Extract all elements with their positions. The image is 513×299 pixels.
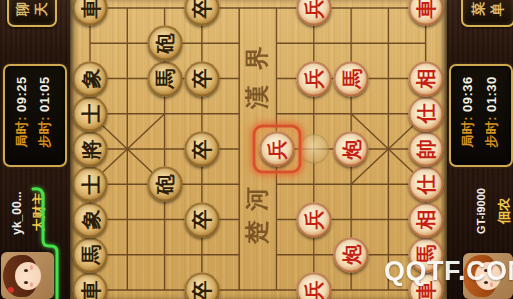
piece-glyph: 卒 bbox=[192, 280, 212, 299]
last-move-from-marker bbox=[299, 134, 329, 164]
button-char: 菜 bbox=[472, 2, 486, 16]
red-piece-兵[interactable]: 兵 bbox=[296, 61, 331, 96]
black-piece-馬[interactable]: 馬 bbox=[147, 61, 182, 96]
right-player-name: GT-i9000 bbox=[475, 188, 487, 234]
red-piece-兵[interactable]: 兵 bbox=[296, 202, 331, 237]
red-piece-仕[interactable]: 仕 bbox=[408, 96, 443, 131]
piece-glyph: 卒 bbox=[192, 0, 212, 18]
left-player-panel: 聊天 局时:09:25 步时:01:05 yk_00... 大财主 bbox=[0, 0, 70, 299]
piece-glyph: 帥 bbox=[416, 139, 436, 159]
piece-glyph: 馬 bbox=[80, 245, 100, 265]
right-game-time: 局时:09:36 bbox=[459, 76, 477, 148]
piece-glyph: 仕 bbox=[416, 174, 436, 194]
piece-glyph: 馬 bbox=[155, 69, 175, 89]
black-piece-象[interactable]: 象 bbox=[73, 61, 108, 96]
black-piece-砲[interactable]: 砲 bbox=[147, 167, 182, 202]
black-piece-士[interactable]: 士 bbox=[73, 96, 108, 131]
piece-glyph: 象 bbox=[80, 69, 100, 89]
black-piece-卒[interactable]: 卒 bbox=[184, 202, 219, 237]
red-piece-帥[interactable]: 帥 bbox=[408, 132, 443, 167]
piece-glyph: 兵 bbox=[304, 69, 324, 89]
piece-glyph: 炮 bbox=[341, 245, 361, 265]
piece-glyph: 相 bbox=[416, 69, 436, 89]
piece-glyph: 車 bbox=[80, 280, 100, 299]
river-char-han: 漢 bbox=[241, 85, 273, 109]
black-piece-砲[interactable]: 砲 bbox=[147, 26, 182, 61]
piece-glyph: 兵 bbox=[304, 280, 324, 299]
piece-glyph: 車 bbox=[80, 0, 100, 18]
piece-glyph: 兵 bbox=[267, 139, 287, 159]
river-char-jie: 界 bbox=[241, 46, 273, 70]
piece-glyph: 士 bbox=[80, 104, 100, 124]
right-player-title: 佃农 bbox=[495, 198, 513, 224]
piece-glyph: 卒 bbox=[192, 139, 212, 159]
piece-glyph: 炮 bbox=[341, 139, 361, 159]
piece-glyph: 砲 bbox=[155, 33, 175, 53]
piece-glyph: 仕 bbox=[416, 104, 436, 124]
turn-indicator-green bbox=[0, 0, 70, 299]
piece-glyph: 卒 bbox=[192, 210, 212, 230]
red-piece-相[interactable]: 相 bbox=[408, 202, 443, 237]
button-char: 单 bbox=[491, 2, 505, 16]
black-piece-卒[interactable]: 卒 bbox=[184, 61, 219, 96]
red-piece-仕[interactable]: 仕 bbox=[408, 167, 443, 202]
black-piece-卒[interactable]: 卒 bbox=[184, 132, 219, 167]
piece-glyph: 砲 bbox=[155, 174, 175, 194]
black-piece-將[interactable]: 將 bbox=[73, 132, 108, 167]
red-piece-炮[interactable]: 炮 bbox=[334, 132, 369, 167]
menu-button[interactable]: 菜单 bbox=[461, 0, 513, 27]
piece-glyph: 兵 bbox=[304, 210, 324, 230]
piece-glyph: 將 bbox=[80, 139, 100, 159]
river-char-he: 河 bbox=[241, 187, 273, 211]
red-piece-馬[interactable]: 馬 bbox=[334, 61, 369, 96]
piece-glyph: 車 bbox=[416, 0, 436, 18]
piece-glyph: 象 bbox=[80, 210, 100, 230]
piece-glyph: 兵 bbox=[304, 0, 324, 18]
river-char-chu: 楚 bbox=[241, 220, 273, 244]
black-piece-象[interactable]: 象 bbox=[73, 202, 108, 237]
watermark: QQTF.COM bbox=[384, 256, 513, 287]
black-piece-馬[interactable]: 馬 bbox=[73, 237, 108, 272]
right-move-time: 步时:01:30 bbox=[483, 76, 501, 148]
red-piece-相[interactable]: 相 bbox=[408, 61, 443, 96]
piece-glyph: 馬 bbox=[341, 69, 361, 89]
piece-glyph: 相 bbox=[416, 210, 436, 230]
red-piece-兵[interactable]: 兵 bbox=[259, 132, 294, 167]
xiangqi-game-screen: 楚 河 漢 界 車馬象士將士象車砲馬砲卒卒卒卒卒兵兵兵兵兵炮炮馬車馬相仕帥仕相車… bbox=[0, 0, 513, 299]
red-piece-炮[interactable]: 炮 bbox=[334, 237, 369, 272]
black-piece-士[interactable]: 士 bbox=[73, 167, 108, 202]
piece-glyph: 卒 bbox=[192, 69, 212, 89]
piece-glyph: 士 bbox=[80, 174, 100, 194]
